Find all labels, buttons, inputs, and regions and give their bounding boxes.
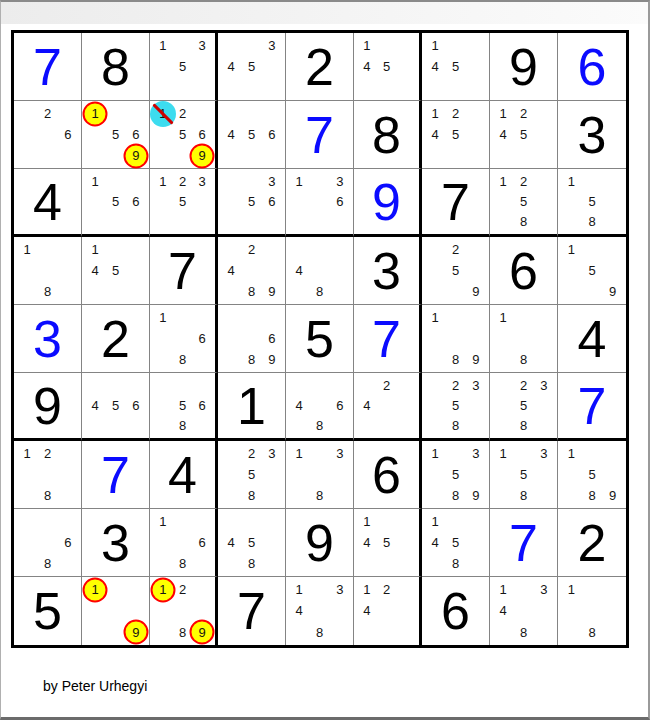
pencilmark-grid: 2358: [422, 373, 489, 438]
candidate-digit: 1: [363, 583, 370, 596]
pencilmark-slot-4: 4: [357, 56, 377, 77]
pencilmark-slot-5: [309, 191, 329, 211]
candidate-digit: 8: [520, 353, 527, 366]
pencilmark-slot-4: [153, 600, 173, 621]
pencilmark-slot-3: [466, 35, 486, 56]
pencilmark-grid: 1348: [490, 577, 557, 645]
cell-r6c6[interactable]: 24: [354, 373, 422, 441]
cell-r1c9[interactable]: 6: [558, 33, 626, 101]
pencilmark-slot-6: [396, 600, 416, 621]
candidate-digit: 8: [248, 353, 255, 366]
cell-r2c6[interactable]: 8: [354, 101, 422, 169]
cell-r7c5[interactable]: 138: [286, 441, 354, 509]
pencilmark-slot-5: 5: [582, 191, 603, 211]
candidate-digit: 1: [363, 515, 370, 528]
cell-r3c4[interactable]: 356: [218, 169, 286, 237]
pencilmark-slot-5: 5: [241, 191, 261, 211]
cell-r5c1[interactable]: 3: [14, 305, 82, 373]
pencilmark-slot-5: 5: [105, 395, 125, 415]
pencilmark-slot-3: 3: [330, 171, 350, 191]
cell-r1c4[interactable]: 345: [218, 33, 286, 101]
pencilmark-slot-9: 9: [466, 281, 486, 302]
cell-r2c3[interactable]: 12569: [150, 101, 218, 169]
pencilmark-slot-1: 1: [289, 443, 309, 464]
pencilmark-slot-9: 9: [466, 349, 486, 370]
candidate-digit: 8: [248, 557, 255, 570]
candidate-digit: 5: [452, 128, 459, 141]
pencilmark-slot-9: 9: [262, 281, 282, 302]
cell-r2c8[interactable]: 1245: [490, 101, 558, 169]
candidate-digit: 5: [588, 195, 595, 208]
pencilmark-slot-2: [105, 375, 125, 395]
given-digit: 2: [558, 509, 626, 576]
pencilmark-slot-9: [262, 485, 282, 506]
pencilmark-slot-7: [221, 485, 241, 506]
candidate-digit: 5: [112, 399, 119, 412]
pencilmark-slot-2: 2: [37, 443, 57, 464]
pencilmark-slot-3: 3: [534, 375, 554, 395]
cell-r4c6[interactable]: 3: [354, 237, 422, 305]
cell-r9c8[interactable]: 1348: [490, 577, 558, 645]
pencilmark-slot-3: [466, 307, 486, 328]
pencilmark-slot-9: [534, 622, 554, 643]
cell-r1c2[interactable]: 8: [82, 33, 150, 101]
pencilmark-slot-2: [241, 103, 261, 124]
pencilmark-slot-7: [493, 349, 513, 370]
candidate-digit: 1: [24, 243, 31, 256]
cell-r5c5[interactable]: 5: [286, 305, 354, 373]
pencilmark-slot-9: [534, 145, 554, 166]
pencilmark-slot-5: 5: [241, 464, 261, 485]
pencilmark-grid: 145: [422, 33, 489, 100]
pencilmark-slot-5: 5: [105, 191, 125, 211]
pencilmark-slot-4: [85, 600, 105, 621]
candidate-digit: 3: [472, 447, 479, 460]
cell-r9c6[interactable]: 124: [354, 577, 422, 645]
pencilmark-slot-6: [534, 395, 554, 415]
candidate-digit: 4: [363, 399, 370, 412]
cell-r8c8[interactable]: 7: [490, 509, 558, 577]
cell-r3c1[interactable]: 4: [14, 169, 82, 237]
pencilmark-slot-9: [466, 416, 486, 436]
pencilmark-slot-8: 8: [37, 553, 57, 574]
pencilmark-slot-3: 3: [192, 171, 212, 191]
pencilmark-slot-8: [582, 281, 603, 302]
pencilmark-slot-6: [262, 56, 282, 77]
cell-r3c3[interactable]: 1235: [150, 169, 218, 237]
pencilmark-slot-7: [221, 349, 241, 370]
cell-r5c3[interactable]: 168: [150, 305, 218, 373]
pencilmark-slot-7: [221, 212, 241, 232]
cell-r1c8[interactable]: 9: [490, 33, 558, 101]
cell-r5c2[interactable]: 2: [82, 305, 150, 373]
candidate-digit: 5: [520, 399, 527, 412]
pencilmark-slot-2: [173, 375, 193, 395]
cell-r5c9[interactable]: 4: [558, 305, 626, 373]
pencilmark-slot-6: [534, 464, 554, 485]
pencilmark-slot-4: 4: [221, 260, 241, 281]
pencilmark-slot-5: 5: [377, 56, 397, 77]
pencilmark-slot-6: [602, 260, 623, 281]
pencilmark-grid: 18: [558, 577, 626, 645]
cell-r9c3[interactable]: 1289: [150, 577, 218, 645]
pencilmark-slot-6: [330, 464, 350, 485]
cell-r5c4[interactable]: 689: [218, 305, 286, 373]
pencilmark-grid: 1245: [490, 101, 557, 168]
pencilmark-grid: 158: [558, 169, 626, 234]
pencilmark-slot-2: [582, 171, 603, 191]
pencilmark-grid: 159: [558, 237, 626, 304]
pencilmark-slot-2: 2: [241, 239, 261, 260]
candidate-digit: 5: [588, 468, 595, 481]
candidate-digit: 6: [64, 536, 71, 549]
cell-r6c5[interactable]: 468: [286, 373, 354, 441]
candidate-digit: 9: [199, 626, 206, 639]
pencilmark-slot-1: 1: [153, 579, 173, 600]
pencilmark-slot-4: [221, 328, 241, 349]
pencilmark-grid: 26: [14, 101, 81, 168]
pencilmark-slot-8: 8: [241, 553, 261, 574]
cell-r1c7[interactable]: 145: [422, 33, 490, 101]
pencilmark-slot-9: 9: [126, 622, 146, 643]
candidate-digit: 8: [588, 626, 595, 639]
pencilmark-slot-1: 1: [17, 443, 37, 464]
credit-text: by Peter Urhegyi: [43, 678, 147, 694]
pencilmark-slot-9: [396, 77, 416, 98]
pencilmark-slot-3: 3: [330, 579, 350, 600]
pencilmark-slot-9: 9: [192, 622, 212, 643]
cell-r8c5[interactable]: 9: [286, 509, 354, 577]
cell-r7c2[interactable]: 7: [82, 441, 150, 509]
pencilmark-slot-6: [466, 464, 486, 485]
candidate-digit: 3: [268, 175, 275, 188]
pencilmark-grid: 18: [490, 305, 557, 372]
pencilmark-slot-8: 8: [582, 485, 603, 506]
cell-r2c7[interactable]: 1245: [422, 101, 490, 169]
pencilmark-slot-9: [330, 212, 350, 232]
pencilmark-slot-3: [192, 375, 212, 395]
candidate-digit: 5: [588, 264, 595, 277]
candidate-digit: 9: [472, 285, 479, 298]
cell-r6c9[interactable]: 7: [558, 373, 626, 441]
pencilmark-slot-6: [396, 532, 416, 553]
candidate-digit: 9: [268, 285, 275, 298]
pencilmark-slot-3: 3: [192, 35, 212, 56]
cell-r3c7[interactable]: 7: [422, 169, 490, 237]
pencilmark-slot-9: [396, 553, 416, 574]
cell-r7c7[interactable]: 13589: [422, 441, 490, 509]
cell-r1c5[interactable]: 2: [286, 33, 354, 101]
pencilmark-slot-1: 1: [425, 307, 445, 328]
cell-r7c9[interactable]: 1589: [558, 441, 626, 509]
cell-r4c4[interactable]: 2489: [218, 237, 286, 305]
pencilmark-slot-2: [582, 443, 603, 464]
cell-r9c7[interactable]: 6: [422, 577, 490, 645]
cell-r8c3[interactable]: 168: [150, 509, 218, 577]
pencilmark-slot-4: 4: [357, 532, 377, 553]
candidate-digit: 1: [432, 515, 439, 528]
candidate-digit: 4: [296, 264, 303, 277]
pencilmark-grid: 568: [150, 373, 215, 438]
candidate-digit: 1: [159, 175, 166, 188]
given-digit: 3: [558, 101, 626, 168]
pencilmark-slot-3: [192, 307, 212, 328]
cell-r9c9[interactable]: 18: [558, 577, 626, 645]
candidate-digit: 2: [179, 175, 186, 188]
pencilmark-grid: 145: [354, 33, 419, 100]
cell-r6c3[interactable]: 568: [150, 373, 218, 441]
pencilmark-slot-1: 1: [153, 307, 173, 328]
candidate-digit: 2: [520, 379, 527, 392]
pencilmark-slot-7: [221, 145, 241, 166]
cell-r8c7[interactable]: 1458: [422, 509, 490, 577]
candidate-digit: 1: [500, 583, 507, 596]
pencilmark-slot-7: [289, 416, 309, 436]
pencilmark-slot-5: 5: [241, 124, 261, 145]
cell-r7c3[interactable]: 4: [150, 441, 218, 509]
pencilmark-slot-3: [466, 239, 486, 260]
cell-r3c9[interactable]: 158: [558, 169, 626, 237]
pencilmark-grid: 2358: [490, 373, 557, 438]
cell-r8c9[interactable]: 2: [558, 509, 626, 577]
cell-r7c8[interactable]: 1358: [490, 441, 558, 509]
cell-r9c4[interactable]: 7: [218, 577, 286, 645]
cell-r4c9[interactable]: 159: [558, 237, 626, 305]
cell-r2c4[interactable]: 456: [218, 101, 286, 169]
pencilmark-slot-7: [17, 485, 37, 506]
pencilmark-grid: 456: [82, 373, 149, 438]
cell-r7c4[interactable]: 2358: [218, 441, 286, 509]
pencilmark-slot-5: 5: [241, 56, 261, 77]
pencilmark-slot-4: [425, 260, 445, 281]
cell-r8c6[interactable]: 145: [354, 509, 422, 577]
pencilmark-slot-1: 1: [153, 171, 173, 191]
cell-r2c2[interactable]: 1569: [82, 101, 150, 169]
candidate-digit: 8: [179, 353, 186, 366]
pencilmark-slot-5: [377, 395, 397, 415]
pencilmark-grid: 168: [150, 305, 215, 372]
cell-r7c6[interactable]: 6: [354, 441, 422, 509]
cell-r4c2[interactable]: 145: [82, 237, 150, 305]
pencilmark-slot-4: [221, 464, 241, 485]
pencilmark-slot-8: [241, 77, 261, 98]
cell-r8c1[interactable]: 68: [14, 509, 82, 577]
pencilmark-slot-1: [221, 171, 241, 191]
pencilmark-slot-6: 6: [58, 532, 78, 553]
sudoku-board: 7813534521451459626156912569456781245124…: [11, 30, 629, 648]
candidate-digit: 8: [316, 285, 323, 298]
solved-digit: 7: [82, 441, 149, 508]
pencilmark-grid: 1458: [422, 509, 489, 576]
candidate-digit: 1: [568, 175, 575, 188]
candidate-digit: 5: [452, 468, 459, 481]
pencilmark-slot-7: [221, 281, 241, 302]
cell-r3c6[interactable]: 9: [354, 169, 422, 237]
pencilmark-slot-5: 5: [445, 124, 465, 145]
candidate-digit: 6: [268, 332, 275, 345]
cell-r3c2[interactable]: 156: [82, 169, 150, 237]
pencilmark-slot-4: [17, 532, 37, 553]
candidate-digit: 8: [44, 285, 51, 298]
cell-r2c1[interactable]: 26: [14, 101, 82, 169]
pencilmark-slot-9: 9: [262, 349, 282, 370]
pencilmark-slot-5: [37, 532, 57, 553]
pencilmark-slot-6: 6: [192, 532, 212, 553]
pencilmark-slot-8: 8: [309, 485, 329, 506]
pencilmark-slot-3: 3: [262, 443, 282, 464]
cell-r4c5[interactable]: 48: [286, 237, 354, 305]
candidate-digit: 6: [64, 128, 71, 141]
pencilmark-slot-4: [221, 191, 241, 211]
pencilmark-slot-6: 6: [330, 395, 350, 415]
pencilmark-slot-3: [126, 171, 146, 191]
pencilmark-slot-8: 8: [445, 553, 465, 574]
cell-r6c1[interactable]: 9: [14, 373, 82, 441]
pencilmark-slot-6: 6: [126, 124, 146, 145]
pencilmark-slot-7: [493, 145, 513, 166]
cell-r2c5[interactable]: 7: [286, 101, 354, 169]
candidate-digit: 5: [248, 60, 255, 73]
pencilmark-slot-1: 1: [85, 239, 105, 260]
pencilmark-slot-8: [105, 281, 125, 302]
pencilmark-slot-2: [445, 35, 465, 56]
pencilmark-slot-5: 5: [445, 56, 465, 77]
cell-r9c2[interactable]: 19: [82, 577, 150, 645]
candidate-digit: 8: [316, 489, 323, 502]
pencilmark-slot-2: [241, 307, 261, 328]
pencilmark-slot-5: 5: [445, 464, 465, 485]
pencilmark-slot-3: [262, 103, 282, 124]
pencilmark-slot-1: 1: [425, 443, 445, 464]
cell-r9c5[interactable]: 1348: [286, 577, 354, 645]
cell-r1c3[interactable]: 135: [150, 33, 218, 101]
pencilmark-slot-4: 4: [221, 532, 241, 553]
pencilmark-slot-2: 2: [37, 103, 57, 124]
pencilmark-slot-2: [445, 511, 465, 532]
pencilmark-slot-4: 4: [425, 532, 445, 553]
cell-r5c8[interactable]: 18: [490, 305, 558, 373]
cell-r4c1[interactable]: 18: [14, 237, 82, 305]
pencilmark-slot-8: [105, 212, 125, 232]
cell-r4c3[interactable]: 7: [150, 237, 218, 305]
pencilmark-slot-6: [330, 260, 350, 281]
candidate-digit: 9: [132, 149, 139, 162]
pencilmark-slot-3: 3: [534, 443, 554, 464]
candidate-digit: 1: [159, 311, 166, 324]
cell-r8c2[interactable]: 3: [82, 509, 150, 577]
pencilmark-slot-7: [153, 212, 173, 232]
pencilmark-slot-3: [466, 103, 486, 124]
pencilmark-slot-4: 4: [493, 124, 513, 145]
pencilmark-slot-6: [534, 124, 554, 145]
pencilmark-slot-7: [289, 485, 309, 506]
pencilmark-slot-8: 8: [173, 553, 193, 574]
pencilmark-slot-2: [309, 443, 329, 464]
pencilmark-slot-9: [58, 553, 78, 574]
candidate-digit: 3: [540, 447, 547, 460]
candidate-digit: 2: [452, 243, 459, 256]
cell-r5c7[interactable]: 189: [422, 305, 490, 373]
pencilmark-slot-3: [192, 511, 212, 532]
candidate-digit: 1: [432, 447, 439, 460]
pencilmark-slot-3: [396, 579, 416, 600]
cell-r3c8[interactable]: 1258: [490, 169, 558, 237]
cell-r3c5[interactable]: 136: [286, 169, 354, 237]
candidate-digit: 5: [179, 128, 186, 141]
pencilmark-slot-4: 4: [289, 600, 309, 621]
cell-r8c4[interactable]: 458: [218, 509, 286, 577]
candidate-digit: 1: [92, 583, 99, 596]
pencilmark-slot-9: 9: [466, 485, 486, 506]
candidate-digit: 5: [248, 468, 255, 481]
pencilmark-slot-6: [602, 600, 623, 621]
cell-r6c8[interactable]: 2358: [490, 373, 558, 441]
candidate-digit: 4: [228, 264, 235, 277]
pencilmark-slot-8: [173, 212, 193, 232]
pencilmark-slot-1: [221, 307, 241, 328]
pencilmark-grid: 156: [82, 169, 149, 234]
pencilmark-slot-9: [602, 622, 623, 643]
cell-r7c1[interactable]: 128: [14, 441, 82, 509]
pencilmark-slot-3: 3: [466, 375, 486, 395]
pencilmark-slot-2: [309, 171, 329, 191]
pencilmark-grid: 13589: [422, 441, 489, 508]
candidate-digit: 1: [568, 447, 575, 460]
pencilmark-slot-8: 8: [309, 416, 329, 436]
cell-r1c1[interactable]: 7: [14, 33, 82, 101]
cell-r6c2[interactable]: 456: [82, 373, 150, 441]
pencilmark-grid: 468: [286, 373, 353, 438]
candidate-digit: 8: [452, 419, 459, 432]
candidate-digit: 1: [363, 39, 370, 52]
candidate-digit: 2: [452, 379, 459, 392]
given-digit: 7: [422, 169, 489, 234]
pencilmark-slot-9: [396, 622, 416, 643]
pencilmark-slot-9: [534, 349, 554, 370]
pencilmark-slot-1: [221, 35, 241, 56]
cell-r6c7[interactable]: 2358: [422, 373, 490, 441]
candidate-digit: 1: [432, 311, 439, 324]
pencilmark-slot-7: [357, 622, 377, 643]
cell-r4c8[interactable]: 6: [490, 237, 558, 305]
page-background: 7813534521451459626156912569456781245124…: [0, 0, 650, 720]
pencilmark-grid: 168: [150, 509, 215, 576]
pencilmark-slot-2: [37, 511, 57, 532]
pencilmark-slot-6: [262, 532, 282, 553]
pencilmark-slot-4: 4: [221, 124, 241, 145]
candidate-digit: 4: [296, 604, 303, 617]
pencilmark-slot-4: [561, 191, 582, 211]
cell-r2c9[interactable]: 3: [558, 101, 626, 169]
pencilmark-grid: 189: [422, 305, 489, 372]
given-digit: 9: [286, 509, 353, 576]
pencilmark-slot-6: 6: [192, 395, 212, 415]
cell-r5c6[interactable]: 7: [354, 305, 422, 373]
cell-r1c6[interactable]: 145: [354, 33, 422, 101]
pencilmark-slot-9: [126, 281, 146, 302]
pencilmark-slot-3: [466, 511, 486, 532]
cell-r9c1[interactable]: 5: [14, 577, 82, 645]
pencilmark-slot-7: [425, 553, 445, 574]
pencilmark-slot-2: [445, 307, 465, 328]
pencilmark-slot-9: 9: [126, 145, 146, 166]
cell-r6c4[interactable]: 1: [218, 373, 286, 441]
pencilmark-slot-4: 4: [289, 395, 309, 415]
pencilmark-slot-7: [153, 145, 173, 166]
given-digit: 2: [286, 33, 353, 100]
pencilmark-grid: 259: [422, 237, 489, 304]
cell-r4c7[interactable]: 259: [422, 237, 490, 305]
